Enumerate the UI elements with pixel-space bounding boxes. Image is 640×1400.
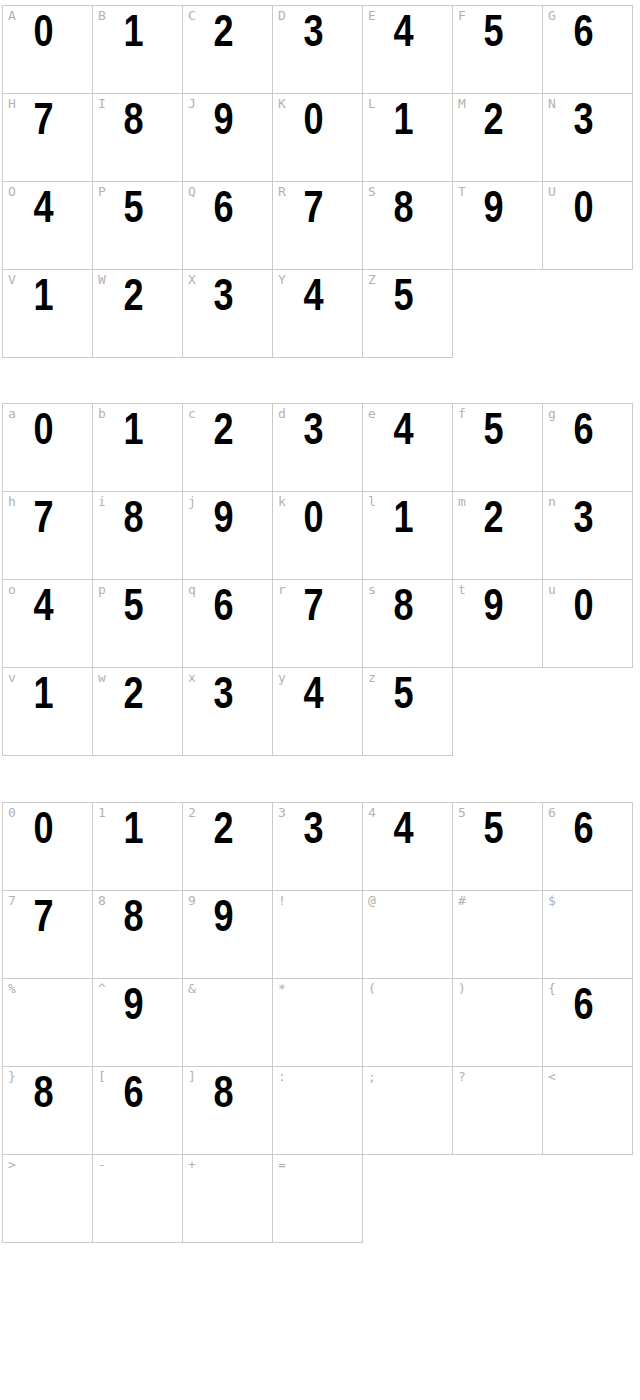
char-glyph: 8 bbox=[97, 495, 170, 539]
char-glyph: 4 bbox=[367, 407, 440, 451]
char-cell: ; bbox=[362, 1066, 453, 1155]
char-glyph: 6 bbox=[187, 583, 260, 627]
char-glyph: 3 bbox=[187, 671, 260, 715]
char-cell: B1 bbox=[92, 5, 183, 94]
char-cell: o4 bbox=[2, 579, 93, 668]
char-glyph: 4 bbox=[277, 671, 350, 715]
char-cell: ^9 bbox=[92, 978, 183, 1067]
char-cell: 55 bbox=[452, 802, 543, 891]
char-row: >-+= bbox=[2, 1154, 633, 1243]
char-cell: a0 bbox=[2, 403, 93, 492]
char-label: - bbox=[98, 1157, 106, 1172]
char-cell: O4 bbox=[2, 181, 93, 270]
char-row: 00112233445566 bbox=[2, 802, 633, 891]
char-cell: 33 bbox=[272, 802, 363, 891]
char-glyph: 2 bbox=[187, 806, 260, 850]
char-glyph: 4 bbox=[367, 806, 440, 850]
char-glyph: 3 bbox=[277, 806, 350, 850]
char-glyph: 3 bbox=[547, 495, 620, 539]
char-cell: > bbox=[2, 1154, 93, 1243]
char-label: > bbox=[8, 1157, 16, 1172]
char-cell: ? bbox=[452, 1066, 543, 1155]
char-label: ; bbox=[368, 1069, 376, 1084]
char-label: ( bbox=[368, 981, 376, 996]
char-cell: 88 bbox=[92, 890, 183, 979]
char-cell: Y4 bbox=[272, 269, 363, 358]
char-cell: K0 bbox=[272, 93, 363, 182]
char-cell: j9 bbox=[182, 491, 273, 580]
char-cell: P5 bbox=[92, 181, 183, 270]
char-cell: p5 bbox=[92, 579, 183, 668]
char-cell: S8 bbox=[362, 181, 453, 270]
char-glyph: 3 bbox=[277, 407, 350, 451]
char-row: h7i8j9k0l1m2n3 bbox=[2, 491, 633, 580]
char-cell: y4 bbox=[272, 667, 363, 756]
char-cell: ( bbox=[362, 978, 453, 1067]
char-cell: Z5 bbox=[362, 269, 453, 358]
char-glyph: 2 bbox=[457, 97, 530, 141]
char-cell: d3 bbox=[272, 403, 363, 492]
char-cell: H7 bbox=[2, 93, 93, 182]
char-glyph: 5 bbox=[457, 806, 530, 850]
char-cell: w2 bbox=[92, 667, 183, 756]
char-glyph: 4 bbox=[367, 9, 440, 53]
char-cell: A0 bbox=[2, 5, 93, 94]
char-cell: b1 bbox=[92, 403, 183, 492]
char-cell: k0 bbox=[272, 491, 363, 580]
char-cell: q6 bbox=[182, 579, 273, 668]
char-cell: e4 bbox=[362, 403, 453, 492]
char-cell: ]8 bbox=[182, 1066, 273, 1155]
char-cell: N3 bbox=[542, 93, 633, 182]
char-row: o4p5q6r7s8t9u0 bbox=[2, 579, 633, 668]
char-cell: : bbox=[272, 1066, 363, 1155]
char-cell: 66 bbox=[542, 802, 633, 891]
char-cell: i8 bbox=[92, 491, 183, 580]
char-cell: = bbox=[272, 1154, 363, 1243]
char-glyph: 2 bbox=[457, 495, 530, 539]
char-cell: R7 bbox=[272, 181, 363, 270]
char-cell: 77 bbox=[2, 890, 93, 979]
char-cell: + bbox=[182, 1154, 273, 1243]
char-glyph: 5 bbox=[367, 671, 440, 715]
char-glyph: 5 bbox=[97, 583, 170, 627]
char-glyph: 8 bbox=[97, 894, 170, 938]
char-glyph: 9 bbox=[457, 583, 530, 627]
char-cell: I8 bbox=[92, 93, 183, 182]
char-cell: c2 bbox=[182, 403, 273, 492]
char-label: @ bbox=[368, 893, 376, 908]
char-glyph: 2 bbox=[187, 407, 260, 451]
char-cell: z5 bbox=[362, 667, 453, 756]
char-cell: g6 bbox=[542, 403, 633, 492]
char-cell: }8 bbox=[2, 1066, 93, 1155]
char-label: # bbox=[458, 893, 466, 908]
char-row: A0B1C2D3E4F5G6 bbox=[2, 5, 633, 94]
char-glyph: 4 bbox=[277, 273, 350, 317]
char-cell: h7 bbox=[2, 491, 93, 580]
char-glyph: 5 bbox=[97, 185, 170, 229]
char-cell: T9 bbox=[452, 181, 543, 270]
char-glyph: 5 bbox=[457, 9, 530, 53]
char-glyph: 9 bbox=[97, 982, 170, 1026]
char-glyph: 9 bbox=[187, 495, 260, 539]
char-cell: f5 bbox=[452, 403, 543, 492]
char-glyph: 7 bbox=[7, 495, 80, 539]
char-glyph: 7 bbox=[7, 97, 80, 141]
char-glyph: 8 bbox=[187, 1070, 260, 1114]
char-glyph: 4 bbox=[7, 185, 80, 229]
char-glyph: 9 bbox=[187, 894, 260, 938]
char-glyph: 3 bbox=[277, 9, 350, 53]
char-cell: E4 bbox=[362, 5, 453, 94]
char-cell: C2 bbox=[182, 5, 273, 94]
char-cell: 99 bbox=[182, 890, 273, 979]
font-character-map-page: A0B1C2D3E4F5G6H7I8J9K0L1M2N3O4P5Q6R7S8T9… bbox=[0, 0, 640, 1400]
char-label: : bbox=[278, 1069, 286, 1084]
char-label: * bbox=[278, 981, 286, 996]
char-glyph: 6 bbox=[547, 9, 620, 53]
char-label: ! bbox=[278, 893, 286, 908]
char-cell: 11 bbox=[92, 802, 183, 891]
char-cell: m2 bbox=[452, 491, 543, 580]
char-cell: s8 bbox=[362, 579, 453, 668]
char-glyph: 2 bbox=[97, 671, 170, 715]
char-glyph: 8 bbox=[367, 583, 440, 627]
char-label: $ bbox=[548, 893, 556, 908]
char-glyph: 0 bbox=[7, 407, 80, 451]
uppercase-character-table: A0B1C2D3E4F5G6H7I8J9K0L1M2N3O4P5Q6R7S8T9… bbox=[2, 5, 633, 358]
char-cell: X3 bbox=[182, 269, 273, 358]
char-cell: % bbox=[2, 978, 93, 1067]
char-glyph: 0 bbox=[7, 9, 80, 53]
char-glyph: 1 bbox=[97, 9, 170, 53]
char-glyph: 2 bbox=[187, 9, 260, 53]
char-label: = bbox=[278, 1157, 286, 1172]
char-glyph: 0 bbox=[547, 185, 620, 229]
char-cell: ) bbox=[452, 978, 543, 1067]
char-cell: V1 bbox=[2, 269, 93, 358]
char-cell: {6 bbox=[542, 978, 633, 1067]
char-glyph: 1 bbox=[7, 671, 80, 715]
char-cell: L1 bbox=[362, 93, 453, 182]
char-glyph: 5 bbox=[367, 273, 440, 317]
char-glyph: 3 bbox=[187, 273, 260, 317]
char-glyph: 6 bbox=[187, 185, 260, 229]
char-cell: & bbox=[182, 978, 273, 1067]
char-glyph: 2 bbox=[97, 273, 170, 317]
char-glyph: 0 bbox=[277, 495, 350, 539]
char-row: O4P5Q6R7S8T9U0 bbox=[2, 181, 633, 270]
char-cell: W2 bbox=[92, 269, 183, 358]
char-glyph: 4 bbox=[7, 583, 80, 627]
char-cell: [6 bbox=[92, 1066, 183, 1155]
char-label: < bbox=[548, 1069, 556, 1084]
char-glyph: 7 bbox=[277, 583, 350, 627]
char-label: ) bbox=[458, 981, 466, 996]
lowercase-character-table: a0b1c2d3e4f5g6h7i8j9k0l1m2n3o4p5q6r7s8t9… bbox=[2, 403, 633, 756]
char-glyph: 6 bbox=[97, 1070, 170, 1114]
char-glyph: 0 bbox=[277, 97, 350, 141]
char-cell: $ bbox=[542, 890, 633, 979]
char-glyph: 9 bbox=[457, 185, 530, 229]
char-cell: v1 bbox=[2, 667, 93, 756]
char-cell: 22 bbox=[182, 802, 273, 891]
char-cell: @ bbox=[362, 890, 453, 979]
char-cell: 00 bbox=[2, 802, 93, 891]
char-glyph: 8 bbox=[97, 97, 170, 141]
char-row: 778899!@#$ bbox=[2, 890, 633, 979]
char-cell: M2 bbox=[452, 93, 543, 182]
char-glyph: 8 bbox=[7, 1070, 80, 1114]
char-glyph: 5 bbox=[457, 407, 530, 451]
char-glyph: 0 bbox=[7, 806, 80, 850]
char-row: %^9&*(){6 bbox=[2, 978, 633, 1067]
char-row: H7I8J9K0L1M2N3 bbox=[2, 93, 633, 182]
char-cell: - bbox=[92, 1154, 183, 1243]
char-label: ? bbox=[458, 1069, 466, 1084]
char-cell: * bbox=[272, 978, 363, 1067]
char-cell: 44 bbox=[362, 802, 453, 891]
char-cell: n3 bbox=[542, 491, 633, 580]
char-row: }8[6]8:;?< bbox=[2, 1066, 633, 1155]
char-glyph: 0 bbox=[547, 583, 620, 627]
char-cell: ! bbox=[272, 890, 363, 979]
char-row: a0b1c2d3e4f5g6 bbox=[2, 403, 633, 492]
char-cell: u0 bbox=[542, 579, 633, 668]
char-glyph: 6 bbox=[547, 407, 620, 451]
char-row: v1w2x3y4z5 bbox=[2, 667, 633, 756]
char-glyph: 6 bbox=[547, 806, 620, 850]
char-cell: < bbox=[542, 1066, 633, 1155]
char-cell: J9 bbox=[182, 93, 273, 182]
char-label: % bbox=[8, 981, 16, 996]
char-cell: t9 bbox=[452, 579, 543, 668]
char-cell: x3 bbox=[182, 667, 273, 756]
char-glyph: 1 bbox=[7, 273, 80, 317]
char-label: & bbox=[188, 981, 196, 996]
char-glyph: 8 bbox=[367, 185, 440, 229]
char-cell: r7 bbox=[272, 579, 363, 668]
char-cell: F5 bbox=[452, 5, 543, 94]
char-glyph: 1 bbox=[367, 495, 440, 539]
char-cell: G6 bbox=[542, 5, 633, 94]
char-cell: # bbox=[452, 890, 543, 979]
char-glyph: 9 bbox=[187, 97, 260, 141]
char-label: + bbox=[188, 1157, 196, 1172]
char-glyph: 1 bbox=[97, 407, 170, 451]
char-glyph: 7 bbox=[7, 894, 80, 938]
char-cell: U0 bbox=[542, 181, 633, 270]
char-cell: Q6 bbox=[182, 181, 273, 270]
char-row: V1W2X3Y4Z5 bbox=[2, 269, 633, 358]
char-glyph: 6 bbox=[547, 982, 620, 1026]
char-glyph: 3 bbox=[547, 97, 620, 141]
char-cell: D3 bbox=[272, 5, 363, 94]
char-glyph: 7 bbox=[277, 185, 350, 229]
char-glyph: 1 bbox=[97, 806, 170, 850]
char-cell: l1 bbox=[362, 491, 453, 580]
symbols-character-table: 00112233445566778899!@#$%^9&*(){6}8[6]8:… bbox=[2, 802, 633, 1243]
char-glyph: 1 bbox=[367, 97, 440, 141]
